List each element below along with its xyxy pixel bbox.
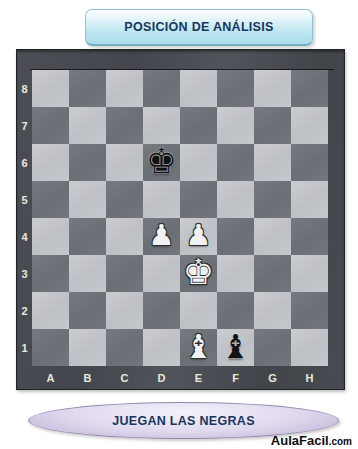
chess-board: 87654321 ♚♟♟♚♝♝ ABCDEFGH	[16, 49, 345, 390]
square-f4	[217, 218, 254, 255]
square-e3	[180, 255, 217, 292]
rank-label-1: 1	[17, 329, 32, 366]
square-b5	[69, 181, 106, 218]
square-c5	[106, 181, 143, 218]
square-e6	[180, 144, 217, 181]
square-e1	[180, 329, 217, 366]
square-d2	[143, 292, 180, 329]
square-g4	[254, 218, 291, 255]
square-g1	[254, 329, 291, 366]
square-f7	[217, 107, 254, 144]
rank-label-6: 6	[17, 144, 32, 181]
square-a1	[32, 329, 69, 366]
square-c4	[106, 218, 143, 255]
credit-suffix: .com	[329, 436, 352, 447]
file-label-e: E	[180, 367, 217, 389]
file-labels: ABCDEFGH	[32, 367, 328, 389]
rank-label-2: 2	[17, 292, 32, 329]
square-g7	[254, 107, 291, 144]
square-d3	[143, 255, 180, 292]
square-h2	[291, 292, 328, 329]
square-b2	[69, 292, 106, 329]
rank-label-5: 5	[17, 181, 32, 218]
square-f6	[217, 144, 254, 181]
square-e8	[180, 70, 217, 107]
square-h6	[291, 144, 328, 181]
square-a6	[32, 144, 69, 181]
square-d1	[143, 329, 180, 366]
square-a8	[32, 70, 69, 107]
square-b6	[69, 144, 106, 181]
square-c8	[106, 70, 143, 107]
file-label-f: F	[217, 367, 254, 389]
square-f3	[217, 255, 254, 292]
square-g5	[254, 181, 291, 218]
credit-watermark: AulaFacil.com	[271, 431, 352, 449]
square-d5	[143, 181, 180, 218]
rank-label-3: 3	[17, 255, 32, 292]
square-a4	[32, 218, 69, 255]
file-label-c: C	[106, 367, 143, 389]
analysis-diagram-page: POSICIÓN DE ANÁLISIS 87654321 ♚♟♟♚♝♝ ABC…	[0, 0, 358, 449]
square-e7	[180, 107, 217, 144]
square-c3	[106, 255, 143, 292]
square-f2	[217, 292, 254, 329]
square-h3	[291, 255, 328, 292]
square-c2	[106, 292, 143, 329]
square-g3	[254, 255, 291, 292]
file-label-a: A	[32, 367, 69, 389]
square-d7	[143, 107, 180, 144]
credit-brand: AulaFacil	[271, 433, 329, 448]
square-a5	[32, 181, 69, 218]
square-e2	[180, 292, 217, 329]
square-b8	[69, 70, 106, 107]
square-h4	[291, 218, 328, 255]
square-c7	[106, 107, 143, 144]
file-label-b: B	[69, 367, 106, 389]
analysis-title-banner: POSICIÓN DE ANÁLISIS	[85, 9, 313, 46]
file-label-d: D	[143, 367, 180, 389]
square-c1	[106, 329, 143, 366]
square-a3	[32, 255, 69, 292]
analysis-title: POSICIÓN DE ANÁLISIS	[124, 20, 273, 34]
square-g6	[254, 144, 291, 181]
square-e5	[180, 181, 217, 218]
square-d6	[143, 144, 180, 181]
square-d8	[143, 70, 180, 107]
square-f5	[217, 181, 254, 218]
file-label-h: H	[291, 367, 328, 389]
rank-label-8: 8	[17, 70, 32, 107]
square-f8	[217, 70, 254, 107]
square-a7	[32, 107, 69, 144]
square-b1	[69, 329, 106, 366]
square-b7	[69, 107, 106, 144]
board-playing-area: ♚♟♟♚♝♝	[32, 70, 328, 366]
rank-label-7: 7	[17, 107, 32, 144]
square-b3	[69, 255, 106, 292]
square-c6	[106, 144, 143, 181]
square-h7	[291, 107, 328, 144]
square-e4	[180, 218, 217, 255]
square-h5	[291, 181, 328, 218]
square-g2	[254, 292, 291, 329]
square-b4	[69, 218, 106, 255]
file-label-g: G	[254, 367, 291, 389]
square-h8	[291, 70, 328, 107]
square-a2	[32, 292, 69, 329]
rank-label-4: 4	[17, 218, 32, 255]
rank-labels: 87654321	[17, 70, 32, 366]
square-g8	[254, 70, 291, 107]
square-f1	[217, 329, 254, 366]
square-h1	[291, 329, 328, 366]
board-squares	[32, 70, 328, 366]
square-d4	[143, 218, 180, 255]
turn-text: JUEGAN LAS NEGRAS	[112, 414, 255, 428]
